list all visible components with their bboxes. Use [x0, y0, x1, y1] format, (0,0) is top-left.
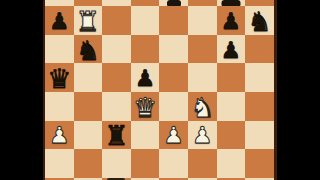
square-e4 — [159, 92, 188, 121]
square-h5 — [245, 63, 274, 92]
square-f5 — [188, 63, 217, 92]
square-a3: ♟ — [45, 121, 74, 150]
chessboard-grid: ♟♜♟♞♞♟♛♟♛♞♟♜♟♟ — [45, 0, 274, 180]
square-h1 — [245, 178, 274, 180]
square-c2 — [102, 149, 131, 178]
square-h2 — [245, 149, 274, 178]
square-d6 — [131, 35, 160, 64]
square-e3: ♟ — [159, 121, 188, 150]
square-g4 — [217, 92, 246, 121]
black-pawn-g7: ♟ — [221, 10, 242, 33]
square-a2 — [45, 149, 74, 178]
black-rook-c3: ♜ — [104, 122, 128, 149]
square-c4 — [102, 92, 131, 121]
square-c6 — [102, 35, 131, 64]
square-g6: ♟ — [217, 35, 246, 64]
white-pawn-f3: ♟ — [192, 124, 213, 147]
black-pawn-a7: ♟ — [49, 10, 70, 33]
square-h7: ♞ — [245, 6, 274, 35]
white-queen-d4: ♛ — [133, 93, 157, 120]
square-g3 — [217, 121, 246, 150]
square-b7: ♜ — [74, 6, 103, 35]
square-b6: ♞ — [74, 35, 103, 64]
square-f1 — [188, 178, 217, 180]
square-g7: ♟ — [217, 6, 246, 35]
square-c1 — [102, 178, 131, 180]
square-b3 — [74, 121, 103, 150]
square-a1 — [45, 178, 74, 180]
chess-video-frame: ♟♜♟♞♞♟♛♟♛♞♟♜♟♟ — [0, 0, 320, 180]
white-pawn-a3: ♟ — [49, 124, 70, 147]
board-edge-right — [274, 0, 277, 180]
square-a7: ♟ — [45, 6, 74, 35]
square-g2 — [217, 149, 246, 178]
square-g1 — [217, 178, 246, 180]
white-rook-b7: ♜ — [76, 8, 100, 35]
square-h3 — [245, 121, 274, 150]
square-d4: ♛ — [131, 92, 160, 121]
square-c5 — [102, 63, 131, 92]
square-c7 — [102, 6, 131, 35]
square-f4: ♞ — [188, 92, 217, 121]
square-c3: ♜ — [102, 121, 131, 150]
square-b4 — [74, 92, 103, 121]
square-d1 — [131, 178, 160, 180]
square-e7 — [159, 6, 188, 35]
square-e6 — [159, 35, 188, 64]
square-e2 — [159, 149, 188, 178]
square-b5 — [74, 63, 103, 92]
square-e1 — [159, 178, 188, 180]
square-b1 — [74, 178, 103, 180]
square-d3 — [131, 121, 160, 150]
black-knight-b6: ♞ — [76, 36, 100, 63]
square-f7 — [188, 6, 217, 35]
black-queen-a5: ♛ — [47, 65, 71, 92]
black-knight-h7: ♞ — [247, 8, 271, 35]
white-knight-f4: ♞ — [190, 93, 214, 120]
square-a6 — [45, 35, 74, 64]
square-g5 — [217, 63, 246, 92]
square-d5: ♟ — [131, 63, 160, 92]
white-pawn-e3: ♟ — [163, 124, 184, 147]
square-h4 — [245, 92, 274, 121]
square-f6 — [188, 35, 217, 64]
square-h6 — [245, 35, 274, 64]
cropped-piece-fragment-c1 — [107, 178, 125, 180]
square-b2 — [74, 149, 103, 178]
letterbox-right — [277, 0, 320, 180]
square-d7 — [131, 6, 160, 35]
square-a4 — [45, 92, 74, 121]
board-edge-left — [43, 0, 45, 180]
square-a5: ♛ — [45, 63, 74, 92]
square-e5 — [159, 63, 188, 92]
letterbox-left — [0, 0, 43, 180]
black-pawn-g6: ♟ — [221, 38, 242, 61]
square-f2 — [188, 149, 217, 178]
square-d2 — [131, 149, 160, 178]
square-f3: ♟ — [188, 121, 217, 150]
black-pawn-d5: ♟ — [135, 67, 156, 90]
